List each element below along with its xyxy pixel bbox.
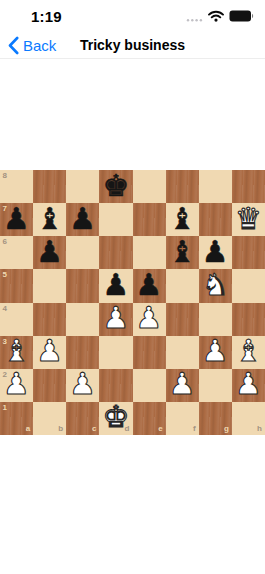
piece-black-bishop: ♝ [169,204,196,234]
square-a2[interactable]: 2♟ [0,369,33,402]
square-b4[interactable] [33,303,66,336]
square-b2[interactable] [33,369,66,402]
square-b7[interactable]: ♝ [33,203,66,236]
piece-white-pawn: ♟ [169,369,196,399]
square-f5[interactable] [166,269,199,302]
square-h5[interactable] [232,269,265,302]
square-c7[interactable]: ♟ [66,203,99,236]
square-b3[interactable]: ♟ [33,336,66,369]
chess-board: 8♚7♟♝♟♝♛6♟♝♟5♟♟♞4♟♟3♝♟♟♝2♟♟♟♟1abcd♚efgh [0,170,265,435]
square-f3[interactable] [166,336,199,369]
piece-white-pawn: ♟ [69,369,96,399]
square-h4[interactable] [232,303,265,336]
piece-white-knight: ♞ [202,270,229,300]
square-d3[interactable] [99,336,132,369]
square-g3[interactable]: ♟ [199,336,232,369]
square-d5[interactable]: ♟ [99,269,132,302]
square-b6[interactable]: ♟ [33,236,66,269]
square-h8[interactable] [232,170,265,203]
file-label-c: c [92,425,96,433]
file-label-b: b [58,425,63,433]
piece-black-pawn: ♟ [3,204,30,234]
wifi-icon [208,10,224,22]
square-c5[interactable] [66,269,99,302]
piece-black-pawn: ♟ [202,237,229,267]
rank-label-5: 5 [3,271,7,279]
square-a4[interactable]: 4 [0,303,33,336]
square-e2[interactable] [133,369,166,402]
square-f2[interactable]: ♟ [166,369,199,402]
piece-black-pawn: ♟ [69,204,96,234]
square-b8[interactable] [33,170,66,203]
square-e1[interactable]: e [133,402,166,435]
square-g2[interactable] [199,369,232,402]
square-a7[interactable]: 7♟ [0,203,33,236]
nav-bar: Back Tricky business [0,32,265,59]
square-c2[interactable]: ♟ [66,369,99,402]
square-f1[interactable]: f [166,402,199,435]
square-b5[interactable] [33,269,66,302]
square-c4[interactable] [66,303,99,336]
battery-icon [229,10,254,22]
square-a3[interactable]: 3♝ [0,336,33,369]
file-label-e: e [158,425,162,433]
rank-label-4: 4 [3,305,7,313]
square-a6[interactable]: 6 [0,236,33,269]
square-c3[interactable] [66,336,99,369]
chevron-left-icon [8,36,19,55]
piece-black-pawn: ♟ [136,270,163,300]
piece-black-pawn: ♟ [102,270,129,300]
square-g4[interactable] [199,303,232,336]
square-d8[interactable]: ♚ [99,170,132,203]
square-h1[interactable]: h [232,402,265,435]
square-d4[interactable]: ♟ [99,303,132,336]
piece-white-king: ♚ [102,402,129,432]
square-a5[interactable]: 5 [0,269,33,302]
piece-white-pawn: ♟ [36,336,63,366]
file-label-g: g [224,425,229,433]
square-e5[interactable]: ♟ [133,269,166,302]
square-e7[interactable] [133,203,166,236]
piece-white-bishop: ♝ [235,336,262,366]
rank-label-8: 8 [3,172,7,180]
square-f6[interactable]: ♝ [166,236,199,269]
square-a1[interactable]: 1a [0,402,33,435]
square-g7[interactable] [199,203,232,236]
status-time: 1:19 [31,8,62,25]
square-d2[interactable] [99,369,132,402]
square-d1[interactable]: d♚ [99,402,132,435]
square-g6[interactable]: ♟ [199,236,232,269]
square-e8[interactable] [133,170,166,203]
square-h6[interactable] [232,236,265,269]
piece-white-pawn: ♟ [3,369,30,399]
status-bar: 1:19 [0,0,265,32]
piece-black-bishop: ♝ [36,204,63,234]
piece-black-pawn: ♟ [36,237,63,267]
piece-white-queen: ♛ [235,204,262,234]
square-f7[interactable]: ♝ [166,203,199,236]
square-a8[interactable]: 8 [0,170,33,203]
piece-black-king: ♚ [102,171,129,201]
square-d6[interactable] [99,236,132,269]
square-d7[interactable] [99,203,132,236]
piece-white-pawn: ♟ [102,303,129,333]
square-e4[interactable]: ♟ [133,303,166,336]
square-g5[interactable]: ♞ [199,269,232,302]
piece-black-bishop: ♝ [169,237,196,267]
status-icons [186,10,254,22]
file-label-h: h [257,425,262,433]
file-label-a: a [26,425,30,433]
piece-white-pawn: ♟ [202,336,229,366]
square-c1[interactable]: c [66,402,99,435]
square-e6[interactable] [133,236,166,269]
cellular-signal-icon [186,11,203,22]
square-h7[interactable]: ♛ [232,203,265,236]
square-f8[interactable] [166,170,199,203]
square-c8[interactable] [66,170,99,203]
file-label-f: f [193,425,196,433]
piece-white-bishop: ♝ [3,336,30,366]
square-h2[interactable]: ♟ [232,369,265,402]
square-c6[interactable] [66,236,99,269]
square-g8[interactable] [199,170,232,203]
back-button-label: Back [23,37,56,54]
piece-white-pawn: ♟ [235,369,262,399]
piece-white-pawn: ♟ [136,303,163,333]
square-e3[interactable] [133,336,166,369]
rank-label-6: 6 [3,238,7,246]
rank-label-1: 1 [3,404,7,412]
square-f4[interactable] [166,303,199,336]
square-b1[interactable]: b [33,402,66,435]
square-h3[interactable]: ♝ [232,336,265,369]
back-button[interactable]: Back [8,32,56,58]
square-g1[interactable]: g [199,402,232,435]
